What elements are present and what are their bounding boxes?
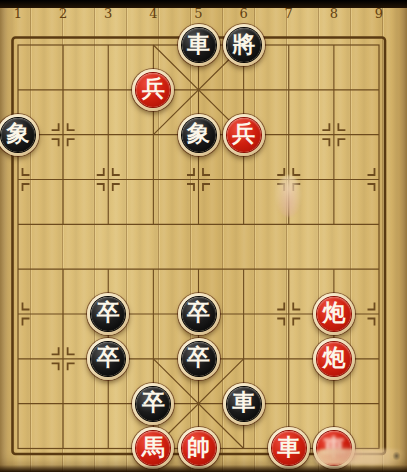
piece-body: 卒	[91, 342, 125, 376]
piece-glyph: 卒	[142, 391, 165, 414]
piece-body: 車	[317, 431, 351, 465]
piece-body: 車	[272, 431, 306, 465]
piece-red-chariot[interactable]: 車	[268, 427, 310, 469]
piece-glyph: 兵	[232, 122, 255, 145]
piece-red-soldier[interactable]: 兵	[223, 114, 265, 156]
piece-glyph: 帥	[187, 436, 210, 459]
piece-black-elephant[interactable]: 象	[0, 114, 39, 156]
piece-glyph: 炮	[322, 301, 345, 324]
piece-glyph: 車	[187, 33, 210, 56]
piece-glyph: 車	[277, 436, 300, 459]
piece-glyph: 車	[322, 436, 345, 459]
piece-glyph: 兵	[142, 77, 165, 100]
piece-black-soldier[interactable]: 卒	[132, 383, 174, 425]
piece-glyph: 炮	[322, 346, 345, 369]
piece-black-soldier[interactable]: 卒	[87, 338, 129, 380]
piece-body: 炮	[317, 297, 351, 331]
piece-body: 象	[182, 118, 216, 152]
piece-black-soldier[interactable]: 卒	[178, 338, 220, 380]
bottom-shade	[0, 465, 407, 472]
piece-red-horse[interactable]: 馬	[132, 427, 174, 469]
piece-body: 車	[227, 387, 261, 421]
piece-red-cannon[interactable]: 炮	[313, 293, 355, 335]
piece-body: 卒	[91, 297, 125, 331]
piece-red-soldier[interactable]: 兵	[132, 69, 174, 111]
piece-body: 象	[1, 118, 35, 152]
piece-red-cannon[interactable]: 炮	[313, 338, 355, 380]
piece-body: 兵	[136, 73, 170, 107]
piece-glyph: 象	[187, 122, 210, 145]
piece-black-elephant[interactable]: 象	[178, 114, 220, 156]
piece-glyph: 卒	[187, 346, 210, 369]
piece-glyph: 卒	[187, 301, 210, 324]
piece-body: 將	[227, 28, 261, 62]
piece-glyph: 卒	[97, 301, 120, 324]
piece-body: 炮	[317, 342, 351, 376]
piece-black-chariot[interactable]: 車	[178, 24, 220, 66]
piece-body: 卒	[182, 342, 216, 376]
piece-black-chariot[interactable]: 車	[223, 383, 265, 425]
piece-body: 卒	[182, 297, 216, 331]
piece-glyph: 馬	[142, 436, 165, 459]
piece-glyph: 卒	[97, 346, 120, 369]
piece-black-soldier[interactable]: 卒	[87, 293, 129, 335]
piece-red-general[interactable]: 帥	[178, 427, 220, 469]
pieces-layer: 車將兵象象兵卒卒炮卒卒炮卒車馬帥車車	[0, 0, 407, 472]
piece-black-general[interactable]: 將	[223, 24, 265, 66]
piece-glyph: 車	[232, 391, 255, 414]
piece-body: 兵	[227, 118, 261, 152]
piece-body: 卒	[136, 387, 170, 421]
piece-black-soldier[interactable]: 卒	[178, 293, 220, 335]
piece-body: 馬	[136, 431, 170, 465]
piece-body: 車	[182, 28, 216, 62]
piece-glyph: 象	[7, 122, 30, 145]
top-bar	[0, 0, 407, 8]
piece-red-chariot[interactable]: 車	[313, 427, 355, 469]
xiangqi-app-screen: 123456789 車將兵象象兵卒卒炮卒卒炮卒車馬帥車車	[0, 0, 407, 472]
piece-glyph: 將	[232, 33, 255, 56]
piece-body: 帥	[182, 431, 216, 465]
